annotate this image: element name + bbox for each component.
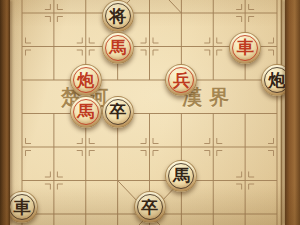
piece-black-chariot[interactable]: 車 bbox=[6, 191, 38, 223]
piece-red-horse[interactable]: 馬 bbox=[102, 32, 134, 64]
piece-character: 馬 bbox=[102, 32, 134, 64]
piece-black-soldier[interactable]: 卒 bbox=[102, 96, 134, 128]
piece-red-horse[interactable]: 馬 bbox=[70, 96, 102, 128]
board-frame-left bbox=[0, 0, 10, 225]
piece-character: 車 bbox=[6, 191, 38, 223]
piece-black-horse[interactable]: 馬 bbox=[165, 160, 197, 192]
piece-black-general[interactable]: 将 bbox=[102, 0, 134, 32]
piece-character: 将 bbox=[102, 0, 134, 32]
piece-black-soldier[interactable]: 卒 bbox=[134, 191, 166, 223]
piece-character: 馬 bbox=[70, 96, 102, 128]
piece-character: 卒 bbox=[134, 191, 166, 223]
xiangqi-board[interactable]: 楚河 漢界 将馬車炮兵炮馬卒馬卒車 bbox=[0, 0, 300, 225]
piece-character: 車 bbox=[229, 32, 261, 64]
board-frame-right bbox=[285, 0, 300, 225]
piece-red-chariot[interactable]: 車 bbox=[229, 32, 261, 64]
piece-character: 兵 bbox=[165, 64, 197, 96]
piece-red-soldier[interactable]: 兵 bbox=[165, 64, 197, 96]
piece-character: 卒 bbox=[102, 96, 134, 128]
piece-character: 馬 bbox=[165, 160, 197, 192]
piece-character: 炮 bbox=[70, 64, 102, 96]
piece-red-cannon[interactable]: 炮 bbox=[70, 64, 102, 96]
